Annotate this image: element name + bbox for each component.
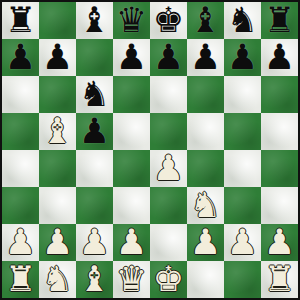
square-b6[interactable] (39, 76, 76, 113)
black-bishop: ♝ (79, 2, 110, 39)
square-e1[interactable]: ♚ (150, 261, 187, 298)
square-e7[interactable]: ♟ (150, 39, 187, 76)
square-g3[interactable] (224, 187, 261, 224)
square-a7[interactable]: ♟ (2, 39, 39, 76)
square-d6[interactable] (113, 76, 150, 113)
white-pawn: ♟ (264, 224, 295, 261)
white-queen: ♛ (116, 261, 147, 298)
square-d7[interactable]: ♟ (113, 39, 150, 76)
square-f5[interactable] (187, 113, 224, 150)
black-knight: ♞ (227, 2, 258, 39)
square-e5[interactable] (150, 113, 187, 150)
square-b2[interactable]: ♟ (39, 224, 76, 261)
black-pawn: ♟ (190, 39, 221, 76)
square-g1[interactable] (224, 261, 261, 298)
square-a5[interactable] (2, 113, 39, 150)
square-h7[interactable]: ♟ (261, 39, 298, 76)
square-h1[interactable]: ♜ (261, 261, 298, 298)
white-king: ♚ (153, 261, 184, 298)
square-c7[interactable] (76, 39, 113, 76)
black-pawn: ♟ (42, 39, 73, 76)
square-c5[interactable]: ♟ (76, 113, 113, 150)
square-c6[interactable]: ♞ (76, 76, 113, 113)
white-pawn: ♟ (153, 150, 184, 187)
square-h8[interactable]: ♜ (261, 2, 298, 39)
square-a2[interactable]: ♟ (2, 224, 39, 261)
black-queen: ♛ (116, 2, 147, 39)
white-rook: ♜ (5, 261, 36, 298)
square-f6[interactable] (187, 76, 224, 113)
black-rook: ♜ (264, 2, 295, 39)
square-f3[interactable]: ♞ (187, 187, 224, 224)
square-g8[interactable]: ♞ (224, 2, 261, 39)
square-a1[interactable]: ♜ (2, 261, 39, 298)
square-e2[interactable] (150, 224, 187, 261)
black-knight: ♞ (79, 76, 110, 113)
white-rook: ♜ (264, 261, 295, 298)
square-h2[interactable]: ♟ (261, 224, 298, 261)
black-bishop: ♝ (190, 2, 221, 39)
square-e3[interactable] (150, 187, 187, 224)
black-pawn: ♟ (5, 39, 36, 76)
square-b1[interactable]: ♞ (39, 261, 76, 298)
black-pawn: ♟ (153, 39, 184, 76)
square-g7[interactable]: ♟ (224, 39, 261, 76)
white-pawn: ♟ (42, 224, 73, 261)
square-c3[interactable] (76, 187, 113, 224)
square-f1[interactable] (187, 261, 224, 298)
square-h3[interactable] (261, 187, 298, 224)
square-b7[interactable]: ♟ (39, 39, 76, 76)
black-pawn: ♟ (227, 39, 258, 76)
square-g4[interactable] (224, 150, 261, 187)
square-d3[interactable] (113, 187, 150, 224)
square-e6[interactable] (150, 76, 187, 113)
square-a8[interactable]: ♜ (2, 2, 39, 39)
square-b8[interactable] (39, 2, 76, 39)
square-d4[interactable] (113, 150, 150, 187)
square-g6[interactable] (224, 76, 261, 113)
square-d5[interactable] (113, 113, 150, 150)
square-f8[interactable]: ♝ (187, 2, 224, 39)
square-d2[interactable]: ♟ (113, 224, 150, 261)
square-a6[interactable] (2, 76, 39, 113)
square-f4[interactable] (187, 150, 224, 187)
square-c8[interactable]: ♝ (76, 2, 113, 39)
square-a3[interactable] (2, 187, 39, 224)
square-b5[interactable]: ♝ (39, 113, 76, 150)
square-d8[interactable]: ♛ (113, 2, 150, 39)
white-pawn: ♟ (190, 224, 221, 261)
square-f2[interactable]: ♟ (187, 224, 224, 261)
white-pawn: ♟ (116, 224, 147, 261)
white-knight: ♞ (42, 261, 73, 298)
board-frame: ♜♝♛♚♝♞♜♟♟♟♟♟♟♟♞♝♟♟♞♟♟♟♟♟♟♟♜♞♝♛♚♜ (0, 0, 300, 300)
square-h5[interactable] (261, 113, 298, 150)
square-d1[interactable]: ♛ (113, 261, 150, 298)
square-c2[interactable]: ♟ (76, 224, 113, 261)
black-king: ♚ (153, 2, 184, 39)
square-a4[interactable] (2, 150, 39, 187)
square-b4[interactable] (39, 150, 76, 187)
square-c1[interactable]: ♝ (76, 261, 113, 298)
black-rook: ♜ (5, 2, 36, 39)
white-pawn: ♟ (227, 224, 258, 261)
square-c4[interactable] (76, 150, 113, 187)
white-bishop: ♝ (79, 261, 110, 298)
square-g5[interactable] (224, 113, 261, 150)
square-g2[interactable]: ♟ (224, 224, 261, 261)
square-f7[interactable]: ♟ (187, 39, 224, 76)
white-pawn: ♟ (5, 224, 36, 261)
square-b3[interactable] (39, 187, 76, 224)
square-e4[interactable]: ♟ (150, 150, 187, 187)
white-pawn: ♟ (79, 224, 110, 261)
square-e8[interactable]: ♚ (150, 2, 187, 39)
black-pawn: ♟ (79, 113, 110, 150)
square-h6[interactable] (261, 76, 298, 113)
chess-board: ♜♝♛♚♝♞♜♟♟♟♟♟♟♟♞♝♟♟♞♟♟♟♟♟♟♟♜♞♝♛♚♜ (2, 2, 298, 298)
black-pawn: ♟ (264, 39, 295, 76)
black-pawn: ♟ (116, 39, 147, 76)
white-knight: ♞ (190, 187, 221, 224)
white-bishop: ♝ (42, 113, 73, 150)
square-h4[interactable] (261, 150, 298, 187)
